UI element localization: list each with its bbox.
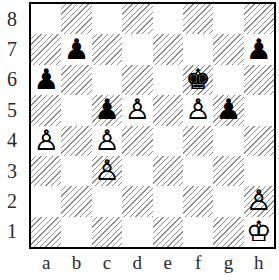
- square-d7[interactable]: [122, 34, 152, 64]
- square-f8[interactable]: [183, 4, 213, 34]
- rank-label-2: 2: [0, 186, 24, 216]
- square-a7[interactable]: [31, 34, 61, 64]
- square-b4[interactable]: [61, 126, 91, 156]
- square-a6[interactable]: ♟: [31, 65, 61, 95]
- black-king[interactable]: ♚: [186, 66, 211, 94]
- square-c1[interactable]: [92, 217, 122, 247]
- square-c4[interactable]: ♙: [92, 126, 122, 156]
- square-b6[interactable]: [61, 65, 91, 95]
- white-pawn[interactable]: ♙: [246, 187, 271, 215]
- square-a4[interactable]: ♙: [31, 126, 61, 156]
- square-h5[interactable]: [244, 95, 274, 125]
- file-label-a: a: [31, 250, 61, 276]
- square-d4[interactable]: [122, 126, 152, 156]
- square-d5[interactable]: ♙: [122, 95, 152, 125]
- square-c6[interactable]: [92, 65, 122, 95]
- square-f3[interactable]: [183, 156, 213, 186]
- square-b2[interactable]: [61, 186, 91, 216]
- square-e5[interactable]: [153, 95, 183, 125]
- square-h2[interactable]: ♙: [244, 186, 274, 216]
- white-pawn[interactable]: ♙: [186, 96, 211, 124]
- square-b1[interactable]: [61, 217, 91, 247]
- square-h4[interactable]: [244, 126, 274, 156]
- square-h6[interactable]: [244, 65, 274, 95]
- square-a8[interactable]: [31, 4, 61, 34]
- square-d2[interactable]: [122, 186, 152, 216]
- square-c3[interactable]: ♙: [92, 156, 122, 186]
- square-g4[interactable]: [213, 126, 243, 156]
- white-pawn[interactable]: ♙: [94, 127, 119, 155]
- chess-board: ♟♟♟♚♟♙♙♟♙♙♙♙♔: [29, 2, 276, 249]
- square-d6[interactable]: [122, 65, 152, 95]
- square-e3[interactable]: [153, 156, 183, 186]
- file-label-h: h: [244, 250, 274, 276]
- black-pawn[interactable]: ♟: [64, 36, 89, 64]
- white-pawn[interactable]: ♙: [125, 96, 150, 124]
- square-f6[interactable]: ♚: [183, 65, 213, 95]
- square-g8[interactable]: [213, 4, 243, 34]
- black-pawn[interactable]: ♟: [94, 96, 119, 124]
- square-a3[interactable]: [31, 156, 61, 186]
- square-d8[interactable]: [122, 4, 152, 34]
- square-h3[interactable]: [244, 156, 274, 186]
- square-e7[interactable]: [153, 34, 183, 64]
- square-f4[interactable]: [183, 126, 213, 156]
- rank-labels: 87654321: [0, 4, 24, 247]
- rank-label-4: 4: [0, 126, 24, 156]
- white-pawn[interactable]: ♙: [94, 157, 119, 185]
- square-h1[interactable]: ♔: [244, 217, 274, 247]
- rank-label-8: 8: [0, 4, 24, 34]
- file-label-g: g: [213, 250, 243, 276]
- square-e6[interactable]: [153, 65, 183, 95]
- white-king[interactable]: ♔: [246, 218, 271, 246]
- square-d1[interactable]: [122, 217, 152, 247]
- black-pawn[interactable]: ♟: [216, 96, 241, 124]
- square-c8[interactable]: [92, 4, 122, 34]
- square-b5[interactable]: [61, 95, 91, 125]
- square-g2[interactable]: [213, 186, 243, 216]
- file-label-e: e: [153, 250, 183, 276]
- square-d3[interactable]: [122, 156, 152, 186]
- rank-label-6: 6: [0, 65, 24, 95]
- black-pawn[interactable]: ♟: [246, 36, 271, 64]
- file-label-d: d: [122, 250, 152, 276]
- chess-diagram: 87654321 ♟♟♟♚♟♙♙♟♙♙♙♙♔ abcdefgh: [0, 0, 279, 280]
- square-e4[interactable]: [153, 126, 183, 156]
- square-c7[interactable]: [92, 34, 122, 64]
- square-e2[interactable]: [153, 186, 183, 216]
- rank-label-1: 1: [0, 217, 24, 247]
- square-g6[interactable]: [213, 65, 243, 95]
- square-b7[interactable]: ♟: [61, 34, 91, 64]
- rank-label-7: 7: [0, 34, 24, 64]
- file-labels: abcdefgh: [31, 250, 274, 276]
- square-f5[interactable]: ♙: [183, 95, 213, 125]
- square-a5[interactable]: [31, 95, 61, 125]
- square-f2[interactable]: [183, 186, 213, 216]
- square-f7[interactable]: [183, 34, 213, 64]
- white-pawn[interactable]: ♙: [34, 127, 59, 155]
- black-pawn[interactable]: ♟: [34, 66, 59, 94]
- rank-label-3: 3: [0, 156, 24, 186]
- square-a1[interactable]: [31, 217, 61, 247]
- file-label-b: b: [61, 250, 91, 276]
- square-h8[interactable]: [244, 4, 274, 34]
- square-c5[interactable]: ♟: [92, 95, 122, 125]
- square-g5[interactable]: ♟: [213, 95, 243, 125]
- file-label-c: c: [92, 250, 122, 276]
- square-a2[interactable]: [31, 186, 61, 216]
- square-b3[interactable]: [61, 156, 91, 186]
- square-e1[interactable]: [153, 217, 183, 247]
- square-g3[interactable]: [213, 156, 243, 186]
- square-e8[interactable]: [153, 4, 183, 34]
- square-b8[interactable]: [61, 4, 91, 34]
- rank-label-5: 5: [0, 95, 24, 125]
- square-h7[interactable]: ♟: [244, 34, 274, 64]
- file-label-f: f: [183, 250, 213, 276]
- square-g1[interactable]: [213, 217, 243, 247]
- square-g7[interactable]: [213, 34, 243, 64]
- square-f1[interactable]: [183, 217, 213, 247]
- square-c2[interactable]: [92, 186, 122, 216]
